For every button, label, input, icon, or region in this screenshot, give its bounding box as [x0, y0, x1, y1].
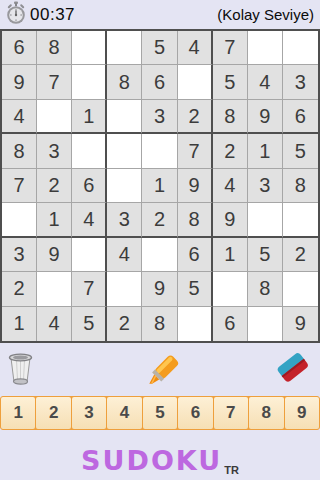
- cell-r8c6[interactable]: 5: [178, 272, 213, 306]
- cell-r1c9[interactable]: [283, 31, 318, 65]
- eraser-icon: [276, 375, 312, 390]
- cell-r8c4[interactable]: [107, 272, 142, 306]
- cell-r1c4[interactable]: [107, 31, 142, 65]
- cell-r4c6[interactable]: 7: [178, 134, 213, 168]
- cell-r8c3[interactable]: 7: [72, 272, 107, 306]
- cell-r3c2[interactable]: [37, 100, 72, 134]
- cell-r8c7[interactable]: [213, 272, 248, 306]
- cell-r4c4[interactable]: [107, 134, 142, 168]
- cell-r9c8[interactable]: [248, 307, 283, 341]
- cell-r8c2[interactable]: [37, 272, 72, 306]
- numkey-4[interactable]: 4: [107, 397, 141, 429]
- app-logo: SUDOKU: [81, 445, 222, 476]
- cell-r3c6[interactable]: 2: [178, 100, 213, 134]
- cell-r5c7[interactable]: 4: [213, 169, 248, 203]
- cell-r9c9[interactable]: 9: [283, 307, 318, 341]
- cell-r1c3[interactable]: [72, 31, 107, 65]
- cell-r3c7[interactable]: 8: [213, 100, 248, 134]
- numkey-5[interactable]: 5: [143, 397, 177, 429]
- cell-r9c1[interactable]: 1: [2, 307, 37, 341]
- cell-r2c9[interactable]: 3: [283, 65, 318, 99]
- cell-r3c9[interactable]: 6: [283, 100, 318, 134]
- numkey-6[interactable]: 6: [178, 397, 212, 429]
- cell-r8c1[interactable]: 2: [2, 272, 37, 306]
- marker-button[interactable]: [142, 351, 182, 394]
- cell-r8c8[interactable]: 8: [248, 272, 283, 306]
- cell-r1c1[interactable]: 6: [2, 31, 37, 65]
- cell-r7c3[interactable]: [72, 238, 107, 272]
- sudoku-board: 6854797865434132896837215726194381432893…: [0, 29, 320, 343]
- cell-r6c1[interactable]: [2, 203, 37, 237]
- trash-icon: [7, 375, 34, 390]
- cell-r7c9[interactable]: 2: [283, 238, 318, 272]
- eraser-button[interactable]: [276, 351, 312, 390]
- cell-r1c8[interactable]: [248, 31, 283, 65]
- toolbar: [0, 343, 320, 396]
- cell-r7c2[interactable]: 9: [37, 238, 72, 272]
- cell-r6c6[interactable]: 8: [178, 203, 213, 237]
- cell-r4c2[interactable]: 3: [37, 134, 72, 168]
- cell-r6c9[interactable]: [283, 203, 318, 237]
- cell-r5c4[interactable]: [107, 169, 142, 203]
- cell-r9c2[interactable]: 4: [37, 307, 72, 341]
- cell-r4c3[interactable]: [72, 134, 107, 168]
- cell-r2c8[interactable]: 4: [248, 65, 283, 99]
- cell-r7c6[interactable]: 6: [178, 238, 213, 272]
- cell-r2c3[interactable]: [72, 65, 107, 99]
- number-pad: 123456789: [0, 396, 320, 430]
- cell-r3c4[interactable]: [107, 100, 142, 134]
- cell-r6c4[interactable]: 3: [107, 203, 142, 237]
- cell-r7c5[interactable]: [142, 238, 177, 272]
- cell-r4c8[interactable]: 1: [248, 134, 283, 168]
- footer: SUDOKU TR: [0, 440, 320, 480]
- timer-display: 00:37: [30, 5, 75, 25]
- cell-r5c5[interactable]: 1: [142, 169, 177, 203]
- cell-r7c8[interactable]: 5: [248, 238, 283, 272]
- numkey-1[interactable]: 1: [1, 397, 35, 429]
- numkey-9[interactable]: 9: [285, 397, 319, 429]
- cell-r3c8[interactable]: 9: [248, 100, 283, 134]
- cell-r7c1[interactable]: 3: [2, 238, 37, 272]
- top-bar: 00:37 (Kolay Seviye): [0, 0, 320, 29]
- cell-r5c1[interactable]: 7: [2, 169, 37, 203]
- cell-r9c3[interactable]: 5: [72, 307, 107, 341]
- cell-r7c7[interactable]: 1: [213, 238, 248, 272]
- numkey-3[interactable]: 3: [72, 397, 106, 429]
- cell-r4c5[interactable]: [142, 134, 177, 168]
- cell-r2c2[interactable]: 7: [37, 65, 72, 99]
- cell-r9c6[interactable]: [178, 307, 213, 341]
- cell-r9c4[interactable]: 2: [107, 307, 142, 341]
- numkey-8[interactable]: 8: [249, 397, 283, 429]
- cell-r4c9[interactable]: 5: [283, 134, 318, 168]
- marker-icon: [142, 379, 182, 394]
- cell-r9c5[interactable]: 8: [142, 307, 177, 341]
- stopwatch-icon: [6, 1, 26, 29]
- cell-r2c5[interactable]: 6: [142, 65, 177, 99]
- cell-r2c6[interactable]: [178, 65, 213, 99]
- cell-r1c7[interactable]: 7: [213, 31, 248, 65]
- cell-r2c7[interactable]: 5: [213, 65, 248, 99]
- numkey-7[interactable]: 7: [214, 397, 248, 429]
- cell-r5c3[interactable]: 6: [72, 169, 107, 203]
- cell-r3c5[interactable]: 3: [142, 100, 177, 134]
- cell-r4c7[interactable]: 2: [213, 134, 248, 168]
- cell-r6c5[interactable]: 2: [142, 203, 177, 237]
- cell-r6c8[interactable]: [248, 203, 283, 237]
- cell-r5c6[interactable]: 9: [178, 169, 213, 203]
- difficulty-label: (Kolay Seviye): [217, 6, 314, 23]
- trash-button[interactable]: [7, 351, 34, 390]
- cell-r8c5[interactable]: 9: [142, 272, 177, 306]
- sudoku-app-screen: 00:37 (Kolay Seviye) 6854797865434132896…: [0, 0, 320, 480]
- cell-r4c1[interactable]: 8: [2, 134, 37, 168]
- cell-r2c4[interactable]: 8: [107, 65, 142, 99]
- cell-r3c1[interactable]: 4: [2, 100, 37, 134]
- app-logo-suffix: TR: [224, 464, 239, 480]
- cell-r6c7[interactable]: 9: [213, 203, 248, 237]
- cell-r8c9[interactable]: [283, 272, 318, 306]
- cell-r1c6[interactable]: 4: [178, 31, 213, 65]
- cell-r1c5[interactable]: 5: [142, 31, 177, 65]
- cell-r1c2[interactable]: 8: [37, 31, 72, 65]
- cell-r5c2[interactable]: 2: [37, 169, 72, 203]
- cell-r6c3[interactable]: 4: [72, 203, 107, 237]
- cell-r2c1[interactable]: 9: [2, 65, 37, 99]
- cell-r5c9[interactable]: 8: [283, 169, 318, 203]
- cell-r6c2[interactable]: 1: [37, 203, 72, 237]
- cell-r7c4[interactable]: 4: [107, 238, 142, 272]
- cell-r5c8[interactable]: 3: [248, 169, 283, 203]
- cell-r3c3[interactable]: 1: [72, 100, 107, 134]
- cell-r9c7[interactable]: 6: [213, 307, 248, 341]
- numkey-2[interactable]: 2: [36, 397, 70, 429]
